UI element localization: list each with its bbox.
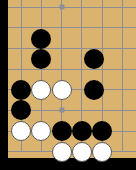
intersection-c6-r1[interactable] xyxy=(112,0,132,17)
intersection-c6-r6[interactable] xyxy=(112,100,132,121)
intersection-c5-r1[interactable] xyxy=(92,0,112,17)
white-stone xyxy=(72,142,92,162)
intersection-c1-r4[interactable] xyxy=(11,59,31,80)
intersection-c6-r4[interactable] xyxy=(112,59,132,80)
white-stone xyxy=(11,121,31,141)
intersection-c4-r2[interactable] xyxy=(72,17,92,38)
black-stone xyxy=(92,121,112,141)
white-stone xyxy=(52,80,72,100)
intersection-c3-r3[interactable] xyxy=(51,38,71,59)
white-stone xyxy=(92,142,112,162)
board-grid xyxy=(11,0,132,162)
black-stone xyxy=(11,80,31,100)
black-stone xyxy=(31,29,51,49)
intersection-c3-r1[interactable] xyxy=(51,0,71,17)
intersection-c5-r2[interactable] xyxy=(92,17,112,38)
intersection-c1-r3[interactable] xyxy=(11,38,31,59)
intersection-c2-r1[interactable] xyxy=(31,0,51,17)
intersection-c6-r3[interactable] xyxy=(112,38,132,59)
intersection-c6-r2[interactable] xyxy=(112,17,132,38)
black-stone xyxy=(52,121,72,141)
white-stone xyxy=(31,80,51,100)
black-stone xyxy=(84,49,104,69)
intersection-c3-r4[interactable] xyxy=(51,59,71,80)
intersection-c4-r6[interactable] xyxy=(72,100,92,121)
intersection-c4-r1[interactable] xyxy=(72,0,92,17)
intersection-c3-r6[interactable] xyxy=(51,100,71,121)
intersection-c2-r6[interactable] xyxy=(31,100,51,121)
intersection-c1-r1[interactable] xyxy=(11,0,31,17)
intersection-c3-r2[interactable] xyxy=(51,17,71,38)
black-stone xyxy=(72,121,92,141)
black-stone xyxy=(84,80,104,100)
intersection-c6-r5[interactable] xyxy=(112,79,132,100)
go-board-diagram xyxy=(0,0,136,170)
intersection-c6-r7[interactable] xyxy=(112,121,132,142)
intersection-c5-r6[interactable] xyxy=(92,100,112,121)
white-stone xyxy=(52,142,72,162)
left-crop-border xyxy=(0,0,8,170)
intersection-c1-r2[interactable] xyxy=(11,17,31,38)
